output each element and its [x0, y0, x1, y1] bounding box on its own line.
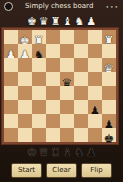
- square-c2[interactable]: [32, 114, 46, 128]
- square-d8[interactable]: [46, 30, 60, 44]
- square-g1[interactable]: [88, 128, 102, 142]
- square-h7[interactable]: [102, 44, 116, 58]
- tray-black-king[interactable]: ♚: [27, 146, 37, 159]
- square-f3[interactable]: [74, 100, 88, 114]
- square-a8[interactable]: [4, 30, 18, 44]
- app-logo-icon: [4, 2, 13, 11]
- square-e8[interactable]: [60, 30, 74, 44]
- app-title: Simply chess board: [13, 0, 105, 13]
- square-d4[interactable]: [46, 86, 60, 100]
- square-g7[interactable]: [88, 44, 102, 58]
- white-piece-tray: ♚♛♜♝♞♟: [0, 13, 123, 28]
- square-c6[interactable]: [32, 58, 46, 72]
- square-c1[interactable]: [32, 128, 46, 142]
- square-e7[interactable]: [60, 44, 74, 58]
- square-e3[interactable]: [60, 100, 74, 114]
- square-h2[interactable]: ♟: [102, 114, 116, 128]
- square-e1[interactable]: [60, 128, 74, 142]
- square-g3[interactable]: ♟: [88, 100, 102, 114]
- square-f1[interactable]: [74, 128, 88, 142]
- square-d6[interactable]: [46, 58, 60, 72]
- black-king[interactable]: ♚: [104, 132, 115, 146]
- app-window: Simply chess board ••• ♚♛♜♝♞♟ ♚♜♜♟♟♞♛♛♟♟…: [0, 0, 123, 182]
- square-f8[interactable]: [74, 30, 88, 44]
- square-c4[interactable]: [32, 86, 46, 100]
- button-bar: Start Clear Flip: [0, 163, 123, 178]
- chess-board: ♚♜♜♟♟♞♛♛♟♟♚: [2, 28, 118, 144]
- tray-white-queen[interactable]: ♛: [39, 15, 49, 28]
- square-g2[interactable]: [88, 114, 102, 128]
- start-button[interactable]: Start: [11, 163, 42, 178]
- square-b1[interactable]: [18, 128, 32, 142]
- square-g4[interactable]: [88, 86, 102, 100]
- square-f7[interactable]: [74, 44, 88, 58]
- square-h3[interactable]: [102, 100, 116, 114]
- square-h5[interactable]: [102, 72, 116, 86]
- clear-button[interactable]: Clear: [46, 163, 77, 178]
- square-b4[interactable]: [18, 86, 32, 100]
- square-a6[interactable]: [4, 58, 18, 72]
- square-b3[interactable]: [18, 100, 32, 114]
- square-b8[interactable]: ♚: [18, 30, 32, 44]
- square-h8[interactable]: ♜: [102, 30, 116, 44]
- tray-black-knight[interactable]: ♞: [74, 146, 84, 159]
- tray-black-rook[interactable]: ♜: [51, 146, 61, 159]
- tray-black-pawn[interactable]: ♟: [86, 146, 96, 159]
- tray-white-bishop[interactable]: ♝: [63, 15, 73, 28]
- tray-black-queen[interactable]: ♛: [39, 146, 49, 159]
- square-d7[interactable]: [46, 44, 60, 58]
- title-bar: Simply chess board •••: [0, 0, 123, 13]
- square-g6[interactable]: [88, 58, 102, 72]
- square-d5[interactable]: [46, 72, 60, 86]
- square-d2[interactable]: [46, 114, 60, 128]
- square-f2[interactable]: [74, 114, 88, 128]
- square-b6[interactable]: [18, 58, 32, 72]
- square-a5[interactable]: [4, 72, 18, 86]
- square-b2[interactable]: [18, 114, 32, 128]
- square-a1[interactable]: [4, 128, 18, 142]
- square-h6[interactable]: ♛: [102, 58, 116, 72]
- square-c7[interactable]: ♞: [32, 44, 46, 58]
- square-c3[interactable]: [32, 100, 46, 114]
- square-a7[interactable]: ♟: [4, 44, 18, 58]
- square-h1[interactable]: ♚: [102, 128, 116, 142]
- square-e2[interactable]: [60, 114, 74, 128]
- square-b7[interactable]: ♟: [18, 44, 32, 58]
- tray-white-rook[interactable]: ♜: [51, 15, 61, 28]
- square-f4[interactable]: [74, 86, 88, 100]
- square-c5[interactable]: [32, 72, 46, 86]
- square-d3[interactable]: [46, 100, 60, 114]
- tray-white-pawn[interactable]: ♟: [86, 15, 96, 28]
- square-g5[interactable]: [88, 72, 102, 86]
- square-b5[interactable]: [18, 72, 32, 86]
- square-e5[interactable]: ♛: [60, 72, 74, 86]
- overflow-menu-icon[interactable]: •••: [105, 0, 119, 13]
- square-a4[interactable]: [4, 86, 18, 100]
- square-h4[interactable]: [102, 86, 116, 100]
- tray-white-knight[interactable]: ♞: [74, 15, 84, 28]
- black-piece-tray: ♚♛♜♝♞♟: [0, 144, 123, 159]
- square-e4[interactable]: [60, 86, 74, 100]
- square-a2[interactable]: [4, 114, 18, 128]
- square-f5[interactable]: [74, 72, 88, 86]
- square-f6[interactable]: [74, 58, 88, 72]
- tray-white-king[interactable]: ♚: [27, 15, 37, 28]
- square-c8[interactable]: ♜: [32, 30, 46, 44]
- square-g8[interactable]: [88, 30, 102, 44]
- square-d1[interactable]: [46, 128, 60, 142]
- square-e6[interactable]: [60, 58, 74, 72]
- square-a3[interactable]: [4, 100, 18, 114]
- tray-black-bishop[interactable]: ♝: [63, 146, 73, 159]
- flip-button[interactable]: Flip: [81, 163, 112, 178]
